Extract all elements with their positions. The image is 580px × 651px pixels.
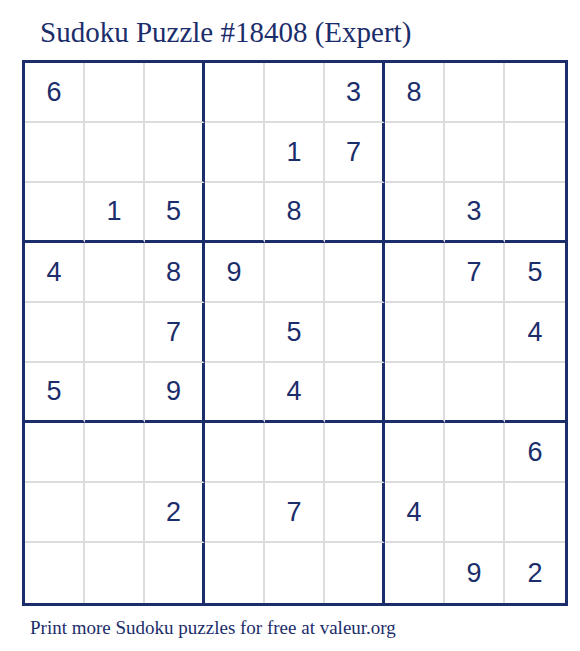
cell-r7c3[interactable] (145, 423, 205, 483)
cell-r3c4[interactable] (205, 183, 265, 243)
cell-r2c3[interactable] (145, 123, 205, 183)
cell-r1c5[interactable] (265, 63, 325, 123)
cell-r6c7[interactable] (385, 363, 445, 423)
cell-r6c3[interactable]: 9 (145, 363, 205, 423)
page: Sudoku Puzzle #18408 (Expert) 6381715834… (0, 0, 580, 651)
cell-r4c4[interactable]: 9 (205, 243, 265, 303)
cell-r7c9[interactable]: 6 (505, 423, 565, 483)
cell-r4c8[interactable]: 7 (445, 243, 505, 303)
sudoku-board: 63817158348975754594627492 (22, 60, 568, 606)
cell-r5c4[interactable] (205, 303, 265, 363)
cell-r8c2[interactable] (85, 483, 145, 543)
cell-r5c7[interactable] (385, 303, 445, 363)
cell-r5c3[interactable]: 7 (145, 303, 205, 363)
cell-r3c1[interactable] (25, 183, 85, 243)
cell-r1c2[interactable] (85, 63, 145, 123)
cell-r9c7[interactable] (385, 543, 445, 603)
cell-r2c4[interactable] (205, 123, 265, 183)
cell-r3c5[interactable]: 8 (265, 183, 325, 243)
cell-r5c2[interactable] (85, 303, 145, 363)
cell-r6c1[interactable]: 5 (25, 363, 85, 423)
cell-r5c5[interactable]: 5 (265, 303, 325, 363)
cell-r8c9[interactable] (505, 483, 565, 543)
cell-r3c8[interactable]: 3 (445, 183, 505, 243)
cell-r9c3[interactable] (145, 543, 205, 603)
cell-r5c9[interactable]: 4 (505, 303, 565, 363)
cell-r1c7[interactable]: 8 (385, 63, 445, 123)
cell-r7c5[interactable] (265, 423, 325, 483)
cell-r7c4[interactable] (205, 423, 265, 483)
cell-r8c3[interactable]: 2 (145, 483, 205, 543)
cell-r4c2[interactable] (85, 243, 145, 303)
cell-r4c7[interactable] (385, 243, 445, 303)
cell-r3c2[interactable]: 1 (85, 183, 145, 243)
cell-r4c9[interactable]: 5 (505, 243, 565, 303)
cell-r7c2[interactable] (85, 423, 145, 483)
cell-r8c1[interactable] (25, 483, 85, 543)
cell-r1c8[interactable] (445, 63, 505, 123)
cell-r2c7[interactable] (385, 123, 445, 183)
cell-r9c9[interactable]: 2 (505, 543, 565, 603)
cell-r4c3[interactable]: 8 (145, 243, 205, 303)
cell-r9c1[interactable] (25, 543, 85, 603)
cell-r6c2[interactable] (85, 363, 145, 423)
cell-r6c5[interactable]: 4 (265, 363, 325, 423)
cell-r4c6[interactable] (325, 243, 385, 303)
cell-r7c6[interactable] (325, 423, 385, 483)
cell-r8c8[interactable] (445, 483, 505, 543)
cell-r6c8[interactable] (445, 363, 505, 423)
cell-r6c4[interactable] (205, 363, 265, 423)
cell-r7c1[interactable] (25, 423, 85, 483)
cell-r6c9[interactable] (505, 363, 565, 423)
cell-r3c6[interactable] (325, 183, 385, 243)
cell-r2c6[interactable]: 7 (325, 123, 385, 183)
cell-r5c6[interactable] (325, 303, 385, 363)
cell-r5c8[interactable] (445, 303, 505, 363)
cell-r6c6[interactable] (325, 363, 385, 423)
cell-r1c3[interactable] (145, 63, 205, 123)
cell-r3c7[interactable] (385, 183, 445, 243)
cell-r9c4[interactable] (205, 543, 265, 603)
cell-r7c7[interactable] (385, 423, 445, 483)
cell-r2c8[interactable] (445, 123, 505, 183)
cell-r1c9[interactable] (505, 63, 565, 123)
cell-r8c4[interactable] (205, 483, 265, 543)
cell-r1c6[interactable]: 3 (325, 63, 385, 123)
cell-r9c8[interactable]: 9 (445, 543, 505, 603)
cell-r1c4[interactable] (205, 63, 265, 123)
cell-r9c6[interactable] (325, 543, 385, 603)
cell-r2c1[interactable] (25, 123, 85, 183)
cell-r5c1[interactable] (25, 303, 85, 363)
cell-r4c5[interactable] (265, 243, 325, 303)
page-title: Sudoku Puzzle #18408 (Expert) (40, 16, 411, 49)
cell-r2c5[interactable]: 1 (265, 123, 325, 183)
cell-r3c3[interactable]: 5 (145, 183, 205, 243)
footer-text: Print more Sudoku puzzles for free at va… (30, 617, 396, 639)
cell-r7c8[interactable] (445, 423, 505, 483)
cell-r2c9[interactable] (505, 123, 565, 183)
cell-r3c9[interactable] (505, 183, 565, 243)
cell-r8c5[interactable]: 7 (265, 483, 325, 543)
cell-r9c5[interactable] (265, 543, 325, 603)
cell-r2c2[interactable] (85, 123, 145, 183)
cell-r1c1[interactable]: 6 (25, 63, 85, 123)
cell-r4c1[interactable]: 4 (25, 243, 85, 303)
cell-r8c6[interactable] (325, 483, 385, 543)
cell-r8c7[interactable]: 4 (385, 483, 445, 543)
cell-r9c2[interactable] (85, 543, 145, 603)
